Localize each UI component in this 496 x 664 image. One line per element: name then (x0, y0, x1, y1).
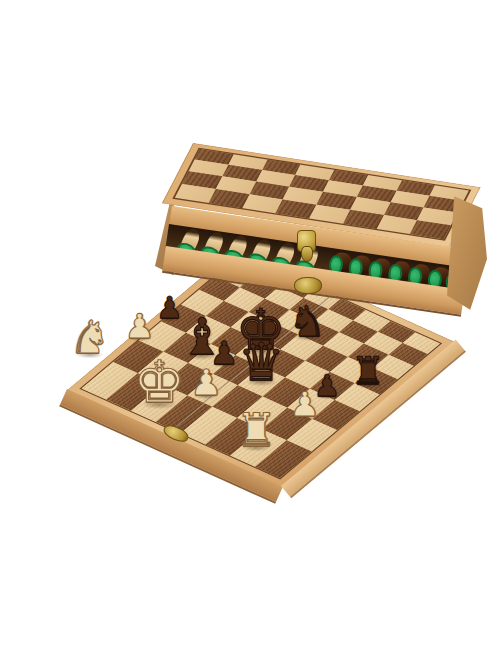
black-knight-f5[interactable]: ♞ (288, 300, 326, 342)
white-pawn-a3[interactable]: ♟ (124, 309, 154, 343)
white-king-c1[interactable]: ♚ (133, 353, 185, 411)
black-rook-h4[interactable]: ♜ (351, 352, 385, 390)
black-queen-e3[interactable]: ♛ (238, 337, 285, 389)
white-rook-g1[interactable]: ♜ (235, 407, 276, 453)
box-brass-catch (294, 277, 322, 294)
product-photo-chess-set: ♞♟♚♟♜♟♟♝♟♛♚♞♜♟ (0, 0, 496, 664)
white-knight-a2[interactable]: ♞ (70, 314, 111, 360)
white-pawn-d2[interactable]: ♟ (190, 365, 222, 401)
box-brass-clasp (295, 230, 317, 262)
white-pawn-h2[interactable]: ♟ (289, 386, 319, 420)
clasp-hook (301, 246, 313, 262)
